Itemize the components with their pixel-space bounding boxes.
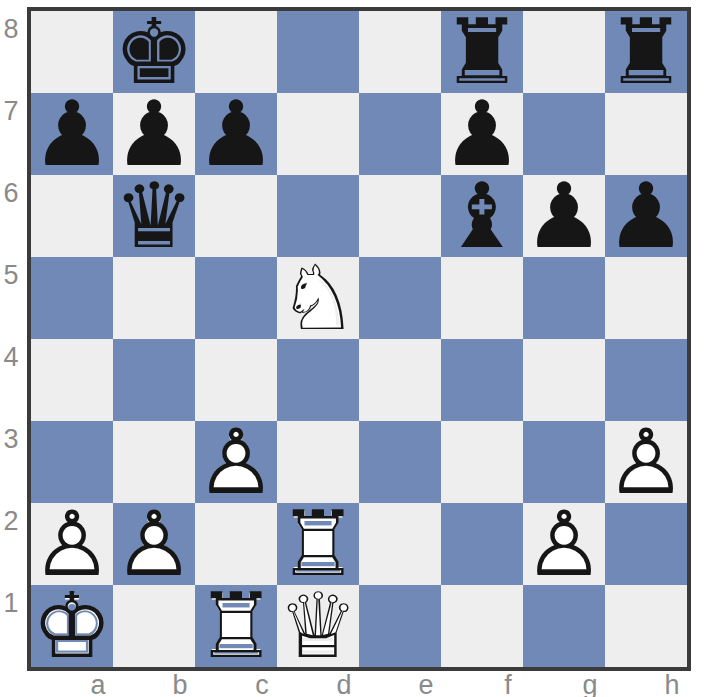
square-a6[interactable]: [31, 175, 113, 257]
square-c3[interactable]: ♟♙: [195, 421, 277, 503]
square-e7[interactable]: [359, 93, 441, 175]
square-c7[interactable]: ♟: [195, 93, 277, 175]
file-label-c: c: [221, 673, 303, 697]
square-e4[interactable]: [359, 339, 441, 421]
square-h2[interactable]: [605, 503, 687, 585]
rank-label-8: 8: [0, 16, 22, 43]
square-h3[interactable]: ♟♙: [605, 421, 687, 503]
square-d5[interactable]: ♞♘: [277, 257, 359, 339]
square-e2[interactable]: [359, 503, 441, 585]
square-b2[interactable]: ♟♙: [113, 503, 195, 585]
square-b4[interactable]: [113, 339, 195, 421]
square-a4[interactable]: [31, 339, 113, 421]
black-pawn-c7[interactable]: ♟: [195, 93, 277, 175]
white-pawn-g2[interactable]: ♟♙: [523, 503, 605, 585]
white-pawn-b2[interactable]: ♟♙: [113, 503, 195, 585]
square-g8[interactable]: [523, 11, 605, 93]
square-e6[interactable]: [359, 175, 441, 257]
black-bishop-f6[interactable]: ♝: [441, 175, 523, 257]
rank-label-3: 3: [0, 426, 22, 453]
square-b5[interactable]: [113, 257, 195, 339]
square-e5[interactable]: [359, 257, 441, 339]
square-g1[interactable]: [523, 585, 605, 667]
square-f6[interactable]: ♝: [441, 175, 523, 257]
black-queen-b6[interactable]: ♛: [113, 175, 195, 257]
square-e3[interactable]: [359, 421, 441, 503]
square-c6[interactable]: [195, 175, 277, 257]
rank-label-1: 1: [0, 590, 22, 617]
square-a5[interactable]: [31, 257, 113, 339]
white-knight-d5[interactable]: ♞♘: [277, 257, 359, 339]
square-g2[interactable]: ♟♙: [523, 503, 605, 585]
square-e8[interactable]: [359, 11, 441, 93]
square-d4[interactable]: [277, 339, 359, 421]
white-rook-c1[interactable]: ♜♖: [195, 585, 277, 667]
file-label-b: b: [139, 673, 221, 697]
square-f1[interactable]: [441, 585, 523, 667]
square-h5[interactable]: [605, 257, 687, 339]
chess-board: ♚♜♜♟♟♟♟♛♝♟♟♞♘♟♙♟♙♟♙♟♙♜♖♟♙♚♔♜♖♛♕: [27, 7, 691, 671]
square-f2[interactable]: [441, 503, 523, 585]
black-pawn-a7[interactable]: ♟: [31, 93, 113, 175]
file-label-g: g: [549, 673, 631, 697]
file-label-f: f: [467, 673, 549, 697]
square-g5[interactable]: [523, 257, 605, 339]
rank-label-4: 4: [0, 344, 22, 371]
square-f4[interactable]: [441, 339, 523, 421]
file-label-a: a: [57, 673, 139, 697]
file-label-h: h: [631, 673, 713, 697]
black-pawn-g6[interactable]: ♟: [523, 175, 605, 257]
square-h8[interactable]: ♜: [605, 11, 687, 93]
square-f3[interactable]: [441, 421, 523, 503]
square-a1[interactable]: ♚♔: [31, 585, 113, 667]
square-f5[interactable]: [441, 257, 523, 339]
black-pawn-h6[interactable]: ♟: [605, 175, 687, 257]
rank-label-2: 2: [0, 508, 22, 535]
square-g4[interactable]: [523, 339, 605, 421]
square-g6[interactable]: ♟: [523, 175, 605, 257]
square-c5[interactable]: [195, 257, 277, 339]
rank-label-5: 5: [0, 262, 22, 289]
file-label-e: e: [385, 673, 467, 697]
square-h6[interactable]: ♟: [605, 175, 687, 257]
white-pawn-c3[interactable]: ♟♙: [195, 421, 277, 503]
white-queen-d1[interactable]: ♛♕: [277, 585, 359, 667]
rank-label-7: 7: [0, 98, 22, 125]
square-d7[interactable]: [277, 93, 359, 175]
square-e1[interactable]: [359, 585, 441, 667]
file-label-d: d: [303, 673, 385, 697]
square-d8[interactable]: [277, 11, 359, 93]
board-grid: ♚♜♜♟♟♟♟♛♝♟♟♞♘♟♙♟♙♟♙♟♙♜♖♟♙♚♔♜♖♛♕: [31, 11, 687, 667]
square-b1[interactable]: [113, 585, 195, 667]
square-d1[interactable]: ♛♕: [277, 585, 359, 667]
square-h1[interactable]: [605, 585, 687, 667]
square-a7[interactable]: ♟: [31, 93, 113, 175]
white-pawn-h3[interactable]: ♟♙: [605, 421, 687, 503]
square-c1[interactable]: ♜♖: [195, 585, 277, 667]
white-king-a1[interactable]: ♚♔: [31, 585, 113, 667]
black-rook-h8[interactable]: ♜: [605, 11, 687, 93]
square-b6[interactable]: ♛: [113, 175, 195, 257]
rank-label-6: 6: [0, 180, 22, 207]
